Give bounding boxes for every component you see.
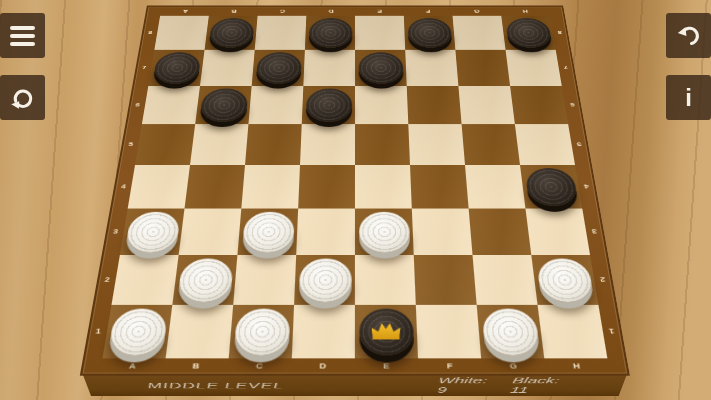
square-h4[interactable] [520, 165, 582, 209]
file-label-c: C [258, 7, 307, 15]
rank-label-1: 1 [600, 305, 624, 358]
square-f1 [416, 305, 481, 358]
square-h5 [515, 124, 575, 165]
square-d2[interactable] [294, 255, 355, 305]
black-man-d6[interactable] [305, 88, 352, 121]
black-man-f8[interactable] [407, 18, 452, 48]
square-g8 [453, 16, 506, 50]
menu-button[interactable] [0, 13, 45, 58]
square-b7 [200, 50, 255, 86]
file-label-g: G [481, 359, 546, 372]
square-a6 [142, 86, 200, 124]
file-label-h: H [500, 7, 550, 15]
info-icon: i [685, 86, 692, 110]
file-label-b: B [209, 7, 258, 15]
info-button[interactable]: i [666, 75, 711, 120]
square-e6 [355, 86, 408, 124]
square-f4[interactable] [410, 165, 469, 209]
file-label-b: B [164, 359, 229, 372]
square-g2 [473, 255, 538, 305]
rank-label-1: 1 [86, 305, 110, 358]
undo-button[interactable] [666, 13, 711, 58]
board-frame: ABCDEFGH ABCDEFGH 87654321 87654321 [83, 7, 628, 374]
file-label-f: F [418, 359, 482, 372]
rotate-circular-arrow-icon [9, 84, 37, 112]
square-a8 [154, 16, 208, 50]
square-c2 [233, 255, 296, 305]
white-count-label: White: 9 [437, 375, 488, 394]
square-e1[interactable] [355, 305, 418, 358]
square-a3[interactable] [120, 209, 185, 256]
square-b1 [166, 305, 234, 358]
square-a2 [111, 255, 178, 305]
rank-label-4: 4 [113, 165, 134, 209]
square-c6 [248, 86, 303, 124]
square-c8 [255, 16, 307, 50]
black-man-d8[interactable] [308, 18, 352, 48]
square-c4 [241, 165, 300, 209]
rank-label-2: 2 [591, 255, 614, 305]
file-label-d: D [291, 359, 355, 372]
board-front-face: MIDDLE LEVEL White: 9 Black: 11 [83, 374, 628, 396]
square-g6 [458, 86, 514, 124]
game-scene: ABCDEFGH ABCDEFGH 87654321 87654321 MIDD… [0, 0, 711, 400]
king-crown-icon [371, 321, 401, 339]
square-d3 [296, 209, 355, 256]
white-man-g1[interactable] [481, 308, 540, 355]
square-d7 [303, 50, 355, 86]
file-label-a: A [100, 359, 165, 372]
square-b3 [179, 209, 242, 256]
white-man-a3[interactable] [124, 211, 180, 252]
square-h2[interactable] [531, 255, 598, 305]
score-display: White: 9 Black: 11 [437, 375, 564, 394]
square-e4 [355, 165, 412, 209]
black-man-c7[interactable] [255, 52, 301, 84]
black-king-e1[interactable] [359, 308, 414, 355]
black-man-h4[interactable] [524, 168, 578, 206]
square-a1[interactable] [102, 305, 172, 358]
square-h3 [525, 209, 590, 256]
square-h6[interactable] [510, 86, 568, 124]
white-man-e3[interactable] [359, 211, 410, 252]
square-f7 [405, 50, 458, 86]
level-label: MIDDLE LEVEL [146, 380, 284, 389]
square-a4 [128, 165, 190, 209]
square-d4[interactable] [298, 165, 355, 209]
square-b5 [190, 124, 248, 165]
square-g5[interactable] [462, 124, 520, 165]
square-h1 [538, 305, 608, 358]
square-a5[interactable] [135, 124, 195, 165]
rank-labels-left: 87654321 [86, 16, 159, 359]
rank-labels-right: 87654321 [551, 16, 624, 359]
square-c5[interactable] [245, 124, 302, 165]
rotate-board-button[interactable] [0, 75, 45, 120]
square-g7[interactable] [455, 50, 510, 86]
black-man-e7[interactable] [358, 52, 403, 84]
square-e3[interactable] [355, 209, 414, 256]
rank-label-2: 2 [96, 255, 119, 305]
square-e5[interactable] [355, 124, 410, 165]
square-g4 [465, 165, 525, 209]
undo-arrow-icon [675, 22, 703, 50]
file-label-f: F [403, 7, 452, 15]
square-c1[interactable] [229, 305, 294, 358]
square-e8 [355, 16, 405, 50]
white-man-d2[interactable] [298, 258, 351, 301]
rank-label-3: 3 [583, 209, 605, 256]
square-f5 [408, 124, 465, 165]
white-man-a1[interactable] [107, 308, 168, 355]
square-g1[interactable] [477, 305, 545, 358]
file-label-a: A [160, 7, 210, 15]
white-man-h2[interactable] [535, 258, 594, 301]
square-b2[interactable] [172, 255, 237, 305]
black-count-label: Black: 11 [510, 375, 565, 394]
square-b4[interactable] [185, 165, 245, 209]
square-h7 [506, 50, 562, 86]
square-d5 [300, 124, 355, 165]
file-label-e: E [355, 7, 404, 15]
white-man-b2[interactable] [177, 258, 234, 301]
square-f2[interactable] [414, 255, 477, 305]
checkers-board: ABCDEFGH ABCDEFGH 87654321 87654321 MIDD… [83, 7, 628, 374]
file-label-c: C [227, 359, 291, 372]
hamburger-icon [10, 26, 35, 46]
file-labels-bottom: ABCDEFGH [100, 359, 610, 372]
square-g3[interactable] [469, 209, 532, 256]
square-e2 [355, 255, 416, 305]
file-label-d: D [306, 7, 355, 15]
white-man-c3[interactable] [241, 211, 294, 252]
rank-label-4: 4 [576, 165, 597, 209]
rank-label-3: 3 [105, 209, 127, 256]
file-label-e: E [355, 359, 419, 372]
file-label-g: G [452, 7, 501, 15]
square-f6[interactable] [407, 86, 462, 124]
square-d1 [292, 305, 355, 358]
file-labels-top: ABCDEFGH [160, 7, 550, 15]
white-man-c1[interactable] [233, 308, 290, 355]
square-f3 [412, 209, 473, 256]
file-label-h: H [544, 359, 609, 372]
square-c3[interactable] [237, 209, 298, 256]
